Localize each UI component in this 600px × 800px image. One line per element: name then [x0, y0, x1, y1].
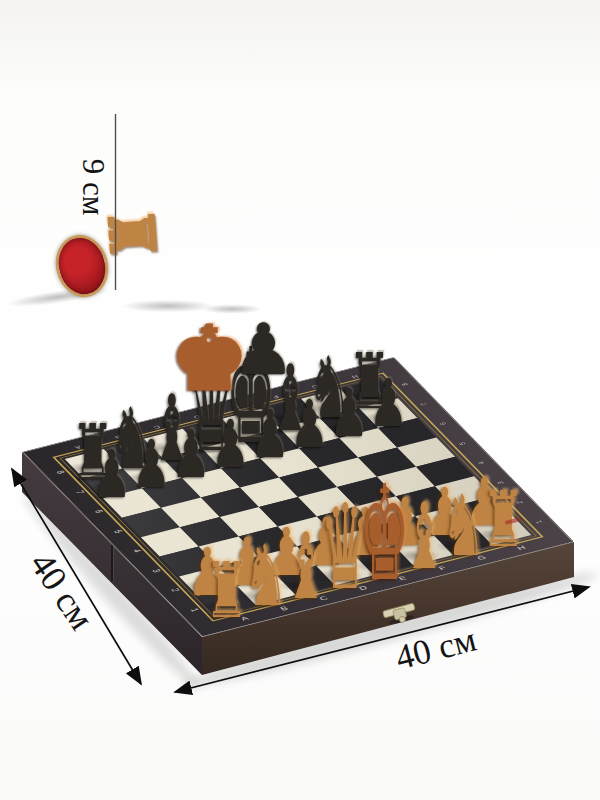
- rank-label-right-7: 7: [419, 402, 428, 406]
- rank-label-left-1: 1: [188, 608, 200, 613]
- file-label-near-d: D: [358, 585, 369, 591]
- file-label-far-f: F: [271, 394, 279, 399]
- file-label-far-b: B: [113, 434, 122, 439]
- black-pawn-glyph: ♟: [233, 311, 294, 387]
- file-label-far-d: D: [192, 414, 201, 419]
- rank-label-right-3: 3: [496, 481, 505, 485]
- file-label-near-g: G: [476, 555, 488, 561]
- file-label-near-c: C: [318, 595, 329, 601]
- product-photo-scene: AABBCCDDEEFFGGHH1122334455667788 ♜♞♝♛♚♝♞…: [0, 0, 600, 800]
- rank-label-left-3: 3: [150, 568, 162, 573]
- rank-label-right-8: 8: [400, 382, 409, 386]
- rank-label-left-5: 5: [111, 529, 123, 534]
- file-label-far-h: H: [350, 374, 359, 379]
- rank-label-left-2: 2: [169, 588, 181, 593]
- rank-label-left-4: 4: [131, 549, 143, 554]
- height-dimension-label: 9 см: [75, 159, 111, 216]
- rank-label-right-5: 5: [458, 441, 467, 445]
- file-label-near-b: B: [279, 605, 290, 611]
- file-label-near-a: A: [239, 615, 250, 621]
- file-label-near-e: E: [397, 575, 408, 581]
- rank-label-left-8: 8: [54, 470, 66, 475]
- file-label-near-f: F: [437, 565, 447, 571]
- file-label-far-a: A: [73, 444, 82, 449]
- rank-label-right-1: 1: [534, 520, 543, 524]
- file-label-near-h: H: [516, 545, 527, 551]
- file-label-far-c: C: [152, 424, 161, 429]
- rank-label-left-6: 6: [92, 509, 104, 514]
- rank-label-left-7: 7: [73, 490, 85, 495]
- file-label-far-g: G: [310, 384, 319, 389]
- rank-label-right-2: 2: [515, 500, 524, 504]
- rank-label-right-4: 4: [477, 461, 486, 465]
- rank-label-right-6: 6: [438, 422, 447, 426]
